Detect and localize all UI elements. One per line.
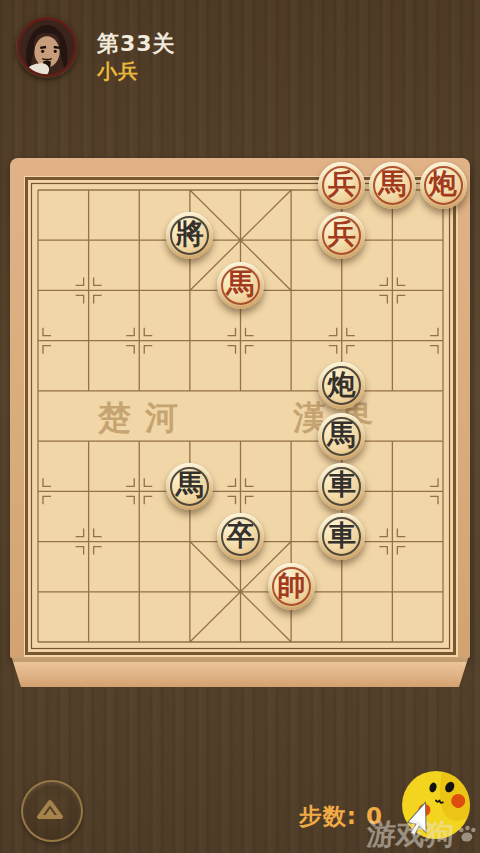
piece-character: 馬 bbox=[227, 270, 255, 298]
watermark: 游戏狗 bbox=[366, 815, 480, 853]
piece-character: 炮 bbox=[429, 170, 457, 198]
piece-black[interactable]: 卒 bbox=[217, 513, 264, 560]
piece-black[interactable]: 車 bbox=[318, 513, 365, 560]
piece-red[interactable]: 馬 bbox=[217, 262, 264, 309]
piece-character: 將 bbox=[176, 220, 204, 248]
piece-character: 帥 bbox=[277, 572, 305, 600]
level-title: 第33关 bbox=[97, 29, 176, 59]
player-avatar[interactable] bbox=[16, 16, 78, 78]
avatar-portrait-icon bbox=[16, 16, 78, 78]
piece-red[interactable]: 馬 bbox=[369, 162, 416, 209]
piece-character: 兵 bbox=[328, 170, 356, 198]
piece-red[interactable]: 帥 bbox=[268, 563, 315, 610]
piece-red[interactable]: 炮 bbox=[420, 162, 467, 209]
level-subtitle: 小兵 bbox=[97, 58, 139, 85]
board-grid bbox=[10, 158, 470, 658]
piece-character: 馬 bbox=[328, 421, 356, 449]
piece-character: 卒 bbox=[227, 522, 255, 550]
piece-black[interactable]: 車 bbox=[318, 463, 365, 510]
watermark-text: 游戏狗 bbox=[366, 815, 456, 853]
chevron-up-icon bbox=[23, 782, 77, 836]
collapse-button[interactable] bbox=[21, 780, 83, 842]
piece-black[interactable]: 將 bbox=[166, 212, 213, 259]
piece-red[interactable]: 兵 bbox=[318, 162, 365, 209]
piece-character: 車 bbox=[328, 522, 356, 550]
piece-black[interactable]: 馬 bbox=[166, 463, 213, 510]
piece-character: 馬 bbox=[378, 170, 406, 198]
piece-character: 炮 bbox=[328, 371, 356, 399]
paw-icon bbox=[455, 824, 479, 846]
river-label-chu: 楚河 bbox=[85, 396, 205, 440]
piece-black[interactable]: 馬 bbox=[318, 413, 365, 460]
piece-character: 馬 bbox=[176, 471, 204, 499]
piece-character: 兵 bbox=[328, 220, 356, 248]
piece-character: 車 bbox=[328, 471, 356, 499]
piece-red[interactable]: 兵 bbox=[318, 212, 365, 259]
board-bottom-bevel bbox=[10, 658, 470, 687]
xiangqi-board[interactable]: 楚河 漢界 兵馬炮將兵馬炮馬馬車卒車帥 bbox=[10, 158, 470, 658]
steps-label: 步数: bbox=[299, 803, 357, 829]
